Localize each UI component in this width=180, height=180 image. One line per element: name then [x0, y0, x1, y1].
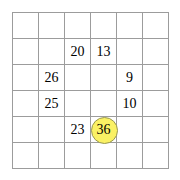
grid-cell-r6c5[interactable]: [117, 143, 143, 169]
grid-cell-r5c1[interactable]: [13, 117, 39, 143]
clue-number: 36: [97, 123, 111, 137]
grid-cell-r1c2[interactable]: [39, 13, 65, 39]
clue-number: 9: [126, 71, 133, 85]
grid-cell-r3c3[interactable]: [65, 65, 91, 91]
grid-cell-r6c3[interactable]: [65, 143, 91, 169]
grid-cell-r5c3[interactable]: 23: [65, 117, 91, 143]
grid-cell-r3c1[interactable]: [13, 65, 39, 91]
grid-cell-r4c1[interactable]: [13, 91, 39, 117]
grid-cell-r2c6[interactable]: [143, 39, 169, 65]
grid-cell-r4c4[interactable]: [91, 91, 117, 117]
grid-cell-r4c2[interactable]: 25: [39, 91, 65, 117]
grid-cell-r3c5[interactable]: 9: [117, 65, 143, 91]
clue-number: 10: [123, 97, 137, 111]
grid-cell-r5c6[interactable]: [143, 117, 169, 143]
grid-cell-r5c2[interactable]: [39, 117, 65, 143]
grid-cell-r1c3[interactable]: [65, 13, 91, 39]
grid-cell-r2c5[interactable]: [117, 39, 143, 65]
grid-cell-r2c4[interactable]: 13: [91, 39, 117, 65]
grid-cell-r3c2[interactable]: 26: [39, 65, 65, 91]
grid-cell-r1c5[interactable]: [117, 13, 143, 39]
grid-cell-r3c6[interactable]: [143, 65, 169, 91]
clue-number: 13: [97, 45, 111, 59]
grid-cell-r6c6[interactable]: [143, 143, 169, 169]
grid-cell-r5c4[interactable]: 36: [91, 117, 117, 143]
clue-number: 20: [71, 45, 85, 59]
grid-cell-r1c6[interactable]: [143, 13, 169, 39]
grid-cell-r6c1[interactable]: [13, 143, 39, 169]
grid-cell-r3c4[interactable]: [91, 65, 117, 91]
clue-number: 25: [45, 97, 59, 111]
hidato-board: 201326925102336: [12, 12, 169, 169]
grid-cell-r1c4[interactable]: [91, 13, 117, 39]
grid-cell-r2c2[interactable]: [39, 39, 65, 65]
grid-cell-r2c1[interactable]: [13, 39, 39, 65]
grid-cell-r6c2[interactable]: [39, 143, 65, 169]
grid-cell-r4c3[interactable]: [65, 91, 91, 117]
grid-cell-r2c3[interactable]: 20: [65, 39, 91, 65]
grid-cell-r4c5[interactable]: 10: [117, 91, 143, 117]
grid-cell-r4c6[interactable]: [143, 91, 169, 117]
clue-number: 26: [45, 71, 59, 85]
grid-cell-r5c5[interactable]: [117, 117, 143, 143]
grid-cell-r6c4[interactable]: [91, 143, 117, 169]
grid-cell-r1c1[interactable]: [13, 13, 39, 39]
clue-number: 23: [71, 123, 85, 137]
puzzle-canvas: 201326925102336: [0, 0, 180, 180]
